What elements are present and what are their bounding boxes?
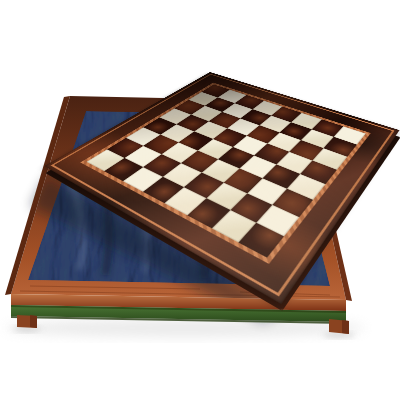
product-photo [0,0,400,400]
case-foot-right-shade [342,320,349,334]
case-foot-left-shade [30,315,37,328]
